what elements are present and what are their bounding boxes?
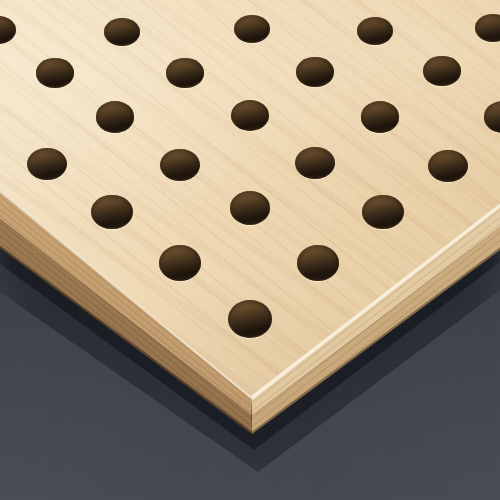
drill-hole bbox=[36, 58, 73, 88]
drill-hole bbox=[0, 16, 16, 44]
hole-layer bbox=[0, 0, 500, 500]
drill-hole bbox=[230, 191, 271, 225]
drill-hole bbox=[362, 195, 403, 229]
drill-hole bbox=[428, 150, 468, 183]
drill-hole bbox=[159, 245, 202, 281]
drill-hole bbox=[423, 56, 460, 85]
drill-hole bbox=[297, 245, 340, 281]
drill-hole bbox=[234, 15, 270, 43]
drill-hole bbox=[166, 58, 203, 88]
drill-hole bbox=[484, 101, 500, 132]
drill-hole bbox=[228, 300, 272, 338]
drill-hole bbox=[96, 101, 134, 132]
drill-hole bbox=[231, 100, 269, 131]
drill-hole bbox=[91, 195, 132, 229]
drill-hole bbox=[296, 57, 333, 86]
drill-hole bbox=[104, 18, 140, 46]
photo-canvas bbox=[0, 0, 500, 500]
drill-hole bbox=[475, 14, 500, 42]
drill-hole bbox=[357, 17, 393, 45]
drill-hole bbox=[361, 101, 399, 132]
drill-hole bbox=[160, 149, 200, 182]
drill-hole bbox=[295, 147, 335, 180]
drill-hole bbox=[27, 148, 67, 181]
